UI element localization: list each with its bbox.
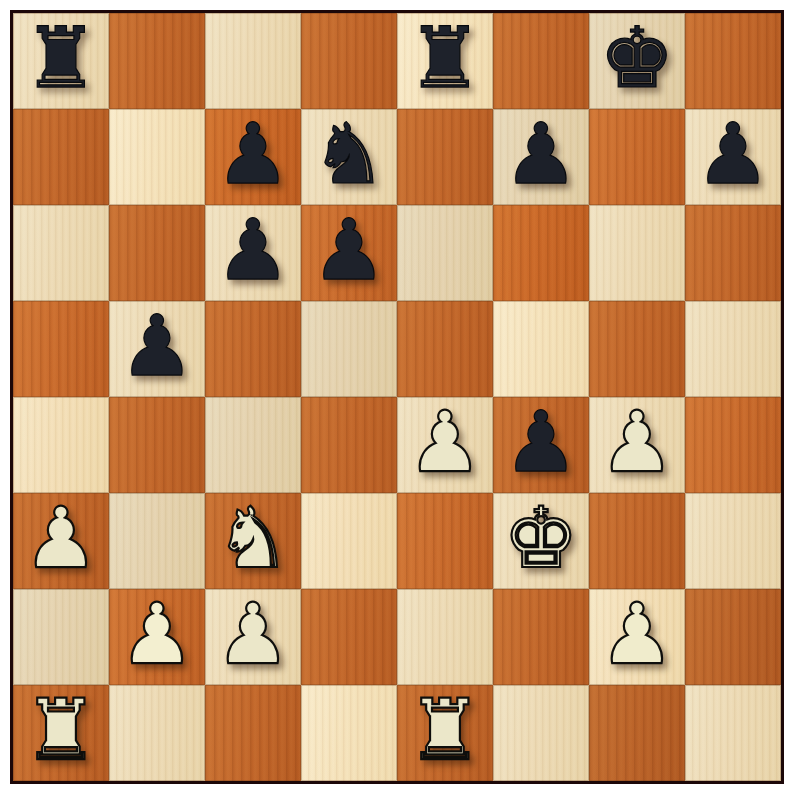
square-b8[interactable] bbox=[109, 13, 205, 109]
piece-black-rook[interactable]: ♜ bbox=[23, 10, 98, 106]
square-c5[interactable] bbox=[205, 301, 301, 397]
square-e2[interactable] bbox=[397, 589, 493, 685]
piece-black-knight[interactable]: ♞ bbox=[311, 106, 386, 202]
square-f3[interactable]: ♚ bbox=[493, 493, 589, 589]
piece-white-pawn[interactable]: ♟ bbox=[215, 586, 290, 682]
square-d3[interactable] bbox=[301, 493, 397, 589]
square-f5[interactable] bbox=[493, 301, 589, 397]
square-e7[interactable] bbox=[397, 109, 493, 205]
square-g3[interactable] bbox=[589, 493, 685, 589]
square-a3[interactable]: ♟ bbox=[13, 493, 109, 589]
square-g2[interactable]: ♟ bbox=[589, 589, 685, 685]
square-h5[interactable] bbox=[685, 301, 781, 397]
square-e3[interactable] bbox=[397, 493, 493, 589]
square-c2[interactable]: ♟ bbox=[205, 589, 301, 685]
square-c1[interactable] bbox=[205, 685, 301, 781]
square-h3[interactable] bbox=[685, 493, 781, 589]
piece-black-king[interactable]: ♚ bbox=[599, 10, 674, 106]
square-d8[interactable] bbox=[301, 13, 397, 109]
piece-black-rook[interactable]: ♜ bbox=[407, 10, 482, 106]
square-g4[interactable]: ♟ bbox=[589, 397, 685, 493]
square-f6[interactable] bbox=[493, 205, 589, 301]
square-c6[interactable]: ♟ bbox=[205, 205, 301, 301]
piece-white-king[interactable]: ♚ bbox=[503, 490, 578, 586]
square-a4[interactable] bbox=[13, 397, 109, 493]
square-b2[interactable]: ♟ bbox=[109, 589, 205, 685]
square-b5[interactable]: ♟ bbox=[109, 301, 205, 397]
square-b7[interactable] bbox=[109, 109, 205, 205]
piece-white-pawn[interactable]: ♟ bbox=[599, 394, 674, 490]
square-c3[interactable]: ♞ bbox=[205, 493, 301, 589]
square-f7[interactable]: ♟ bbox=[493, 109, 589, 205]
square-d2[interactable] bbox=[301, 589, 397, 685]
square-g7[interactable] bbox=[589, 109, 685, 205]
square-c8[interactable] bbox=[205, 13, 301, 109]
square-e8[interactable]: ♜ bbox=[397, 13, 493, 109]
piece-white-knight[interactable]: ♞ bbox=[215, 490, 290, 586]
square-f2[interactable] bbox=[493, 589, 589, 685]
square-d7[interactable]: ♞ bbox=[301, 109, 397, 205]
square-a5[interactable] bbox=[13, 301, 109, 397]
piece-white-pawn[interactable]: ♟ bbox=[119, 586, 194, 682]
square-f4[interactable]: ♟ bbox=[493, 397, 589, 493]
piece-black-pawn[interactable]: ♟ bbox=[215, 202, 290, 298]
square-d4[interactable] bbox=[301, 397, 397, 493]
square-b6[interactable] bbox=[109, 205, 205, 301]
square-e6[interactable] bbox=[397, 205, 493, 301]
square-d1[interactable] bbox=[301, 685, 397, 781]
square-b4[interactable] bbox=[109, 397, 205, 493]
piece-white-pawn[interactable]: ♟ bbox=[23, 490, 98, 586]
square-a7[interactable] bbox=[13, 109, 109, 205]
piece-black-pawn[interactable]: ♟ bbox=[119, 298, 194, 394]
square-g1[interactable] bbox=[589, 685, 685, 781]
square-g8[interactable]: ♚ bbox=[589, 13, 685, 109]
square-f1[interactable] bbox=[493, 685, 589, 781]
square-h2[interactable] bbox=[685, 589, 781, 685]
square-h8[interactable] bbox=[685, 13, 781, 109]
square-a1[interactable]: ♜ bbox=[13, 685, 109, 781]
square-d6[interactable]: ♟ bbox=[301, 205, 397, 301]
square-g5[interactable] bbox=[589, 301, 685, 397]
square-a6[interactable] bbox=[13, 205, 109, 301]
piece-black-pawn[interactable]: ♟ bbox=[215, 106, 290, 202]
square-b1[interactable] bbox=[109, 685, 205, 781]
piece-black-pawn[interactable]: ♟ bbox=[695, 106, 770, 202]
chess-board: ♜♜♚♟♞♟♟♟♟♟♟♟♟♟♞♚♟♟♟♜♜ bbox=[10, 10, 784, 784]
piece-white-rook[interactable]: ♜ bbox=[23, 682, 98, 778]
square-b3[interactable] bbox=[109, 493, 205, 589]
square-h4[interactable] bbox=[685, 397, 781, 493]
square-f8[interactable] bbox=[493, 13, 589, 109]
square-g6[interactable] bbox=[589, 205, 685, 301]
square-h6[interactable] bbox=[685, 205, 781, 301]
square-e4[interactable]: ♟ bbox=[397, 397, 493, 493]
square-h1[interactable] bbox=[685, 685, 781, 781]
square-d5[interactable] bbox=[301, 301, 397, 397]
board-frame: ♜♜♚♟♞♟♟♟♟♟♟♟♟♟♞♚♟♟♟♜♜ bbox=[0, 0, 794, 794]
square-h7[interactable]: ♟ bbox=[685, 109, 781, 205]
piece-white-rook[interactable]: ♜ bbox=[407, 682, 482, 778]
piece-black-pawn[interactable]: ♟ bbox=[503, 106, 578, 202]
piece-white-pawn[interactable]: ♟ bbox=[599, 586, 674, 682]
square-c4[interactable] bbox=[205, 397, 301, 493]
square-a8[interactable]: ♜ bbox=[13, 13, 109, 109]
piece-black-pawn[interactable]: ♟ bbox=[311, 202, 386, 298]
piece-black-pawn[interactable]: ♟ bbox=[503, 394, 578, 490]
square-e5[interactable] bbox=[397, 301, 493, 397]
square-c7[interactable]: ♟ bbox=[205, 109, 301, 205]
square-e1[interactable]: ♜ bbox=[397, 685, 493, 781]
piece-white-pawn[interactable]: ♟ bbox=[407, 394, 482, 490]
square-a2[interactable] bbox=[13, 589, 109, 685]
